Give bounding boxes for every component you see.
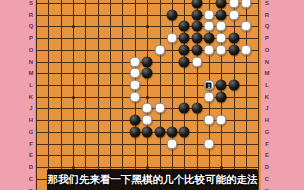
stone-white <box>129 91 140 102</box>
stone-black <box>179 21 190 32</box>
row-label: Q <box>262 23 272 29</box>
stone-black <box>129 115 140 126</box>
stone-white <box>228 9 239 20</box>
stone-black <box>179 33 190 44</box>
grid-vline <box>36 0 37 190</box>
row-label: B <box>26 188 36 190</box>
row-label: F <box>26 141 36 147</box>
row-label: C <box>262 176 272 182</box>
row-label: H <box>262 117 272 123</box>
star-point <box>72 96 75 99</box>
row-label: O <box>262 47 272 53</box>
row-label: Q <box>26 23 36 29</box>
row-label: D <box>26 164 36 170</box>
grid-hline <box>36 144 259 145</box>
grid-hline <box>36 155 259 156</box>
grid-vline <box>48 0 49 190</box>
stone-black <box>228 80 239 91</box>
stone-black <box>216 80 227 91</box>
row-label: P <box>26 35 36 41</box>
stone-white <box>154 103 165 114</box>
stone-white <box>166 138 177 149</box>
star-point <box>72 25 75 28</box>
stone-black <box>129 126 140 137</box>
row-label: N <box>26 59 36 65</box>
row-label: B <box>262 188 272 190</box>
row-label: P <box>262 35 272 41</box>
stone-black <box>191 33 202 44</box>
stone-black <box>216 9 227 20</box>
stone-white <box>240 0 251 9</box>
grid-vline <box>61 0 62 190</box>
row-label: R <box>26 12 36 18</box>
stone-black <box>179 103 190 114</box>
row-label: J <box>26 105 36 111</box>
stone-black <box>216 0 227 9</box>
stone-black <box>154 126 165 137</box>
stone-white <box>240 21 251 32</box>
stone-black <box>228 44 239 55</box>
row-label: D <box>262 164 272 170</box>
grid-vline <box>85 0 86 190</box>
grid-vline <box>110 0 111 190</box>
stone-black <box>191 0 202 9</box>
row-label: C <box>26 176 36 182</box>
row-label: M <box>262 70 272 76</box>
stone-black <box>191 103 202 114</box>
stone-white <box>191 56 202 67</box>
row-label: E <box>262 152 272 158</box>
stone-black <box>179 126 190 137</box>
stone-black <box>191 44 202 55</box>
stone-black <box>166 126 177 137</box>
row-label: N <box>262 59 272 65</box>
grid-vline <box>98 0 99 190</box>
stone-white <box>129 80 140 91</box>
row-label: H <box>26 117 36 123</box>
stone-white <box>216 33 227 44</box>
row-label: F <box>262 141 272 147</box>
stone-white <box>203 21 214 32</box>
row-label: S <box>262 0 272 6</box>
stone-white <box>129 68 140 79</box>
stone-white <box>203 91 214 102</box>
stone-white <box>216 21 227 32</box>
row-label: L <box>26 82 36 88</box>
video-frame: 1 那我们先来看一下黑棋的几个比较可能的走法 SRQPONMLKJHGFEDCB… <box>0 0 304 190</box>
stone-black <box>179 44 190 55</box>
row-label: R <box>262 12 272 18</box>
subtitle-bar: 那我们先来看一下黑棋的几个比较可能的走法 <box>47 169 258 190</box>
move-marker: 1 <box>206 82 212 88</box>
stone-black <box>203 33 214 44</box>
stone-black <box>191 21 202 32</box>
row-label: M <box>26 70 36 76</box>
stone-white <box>203 115 214 126</box>
star-point <box>146 25 149 28</box>
row-label: E <box>26 152 36 158</box>
stone-white <box>154 44 165 55</box>
row-label: S <box>26 0 36 6</box>
stone-black <box>191 9 202 20</box>
grid-vline <box>160 0 161 190</box>
grid-vline <box>258 0 259 190</box>
row-label: K <box>262 94 272 100</box>
row-label: K <box>26 94 36 100</box>
stone-black <box>228 33 239 44</box>
stone-white <box>142 115 153 126</box>
stone-white <box>142 103 153 114</box>
stone-black <box>179 56 190 67</box>
stone-black <box>142 68 153 79</box>
row-label: G <box>262 129 272 135</box>
stone-black <box>142 126 153 137</box>
stone-white <box>240 44 251 55</box>
row-label: G <box>26 129 36 135</box>
row-label: L <box>262 82 272 88</box>
star-point <box>146 96 149 99</box>
grid-vline <box>172 0 173 190</box>
stone-white: 1 <box>203 80 214 91</box>
go-board: 1 <box>35 0 261 190</box>
subtitle-text: 那我们先来看一下黑棋的几个比较可能的走法 <box>48 173 258 187</box>
stone-white <box>216 115 227 126</box>
stone-white <box>228 0 239 9</box>
stone-white <box>166 33 177 44</box>
row-label: J <box>262 105 272 111</box>
stone-black <box>166 9 177 20</box>
stone-white <box>203 138 214 149</box>
stone-white <box>216 44 227 55</box>
stone-white <box>203 9 214 20</box>
grid-vline <box>122 0 123 190</box>
stone-white <box>129 56 140 67</box>
stone-white <box>203 44 214 55</box>
stone-black <box>216 91 227 102</box>
stone-black <box>142 56 153 67</box>
grid-vline <box>234 0 235 190</box>
row-label: O <box>26 47 36 53</box>
